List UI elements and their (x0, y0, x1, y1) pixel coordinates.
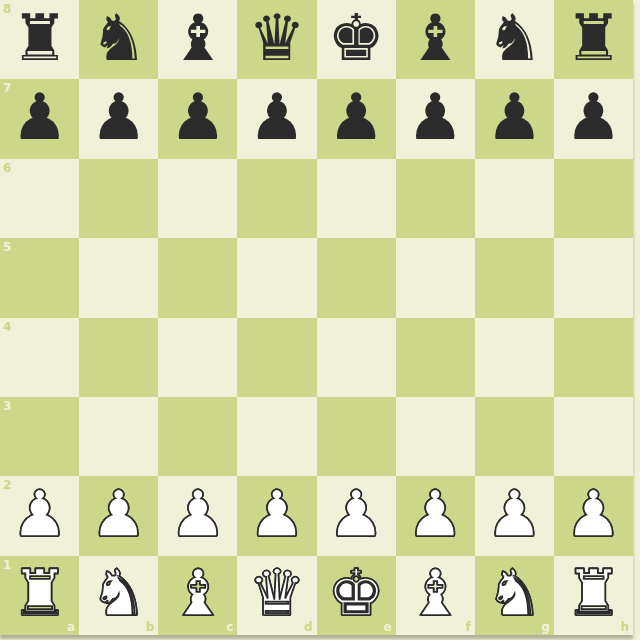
piece-white-knight-b1[interactable]: ♞ (90, 561, 147, 625)
piece-white-pawn-e2[interactable]: ♟ (327, 482, 384, 546)
square-g8[interactable]: ♞ (475, 0, 554, 79)
square-e2[interactable]: ♟ (317, 476, 396, 555)
square-d4[interactable] (237, 318, 316, 397)
piece-white-pawn-g2[interactable]: ♟ (486, 482, 543, 546)
square-f3[interactable] (396, 397, 475, 476)
piece-black-knight-g8[interactable]: ♞ (486, 6, 543, 70)
square-c8[interactable]: ♝ (158, 0, 237, 79)
square-h7[interactable]: ♟ (554, 79, 633, 158)
square-d6[interactable] (237, 159, 316, 238)
square-g6[interactable] (475, 159, 554, 238)
square-a1[interactable]: 1a♜ (0, 556, 79, 635)
square-g1[interactable]: g♞ (475, 556, 554, 635)
square-d2[interactable]: ♟ (237, 476, 316, 555)
square-h2[interactable]: ♟ (554, 476, 633, 555)
square-d8[interactable]: ♛ (237, 0, 316, 79)
piece-white-pawn-f2[interactable]: ♟ (407, 482, 464, 546)
piece-black-pawn-d7[interactable]: ♟ (248, 85, 305, 149)
square-f5[interactable] (396, 238, 475, 317)
square-b6[interactable] (79, 159, 158, 238)
piece-black-rook-a8[interactable]: ♜ (11, 6, 68, 70)
piece-white-bishop-c1[interactable]: ♝ (169, 561, 226, 625)
square-h8[interactable]: ♜ (554, 0, 633, 79)
square-h1[interactable]: h♜ (554, 556, 633, 635)
square-e5[interactable] (317, 238, 396, 317)
rank-label-6: 6 (3, 162, 11, 174)
piece-white-bishop-f1[interactable]: ♝ (407, 561, 464, 625)
piece-black-knight-b8[interactable]: ♞ (90, 6, 147, 70)
piece-white-knight-g1[interactable]: ♞ (486, 561, 543, 625)
square-a8[interactable]: 8♜ (0, 0, 79, 79)
square-g4[interactable] (475, 318, 554, 397)
square-f4[interactable] (396, 318, 475, 397)
piece-black-rook-h8[interactable]: ♜ (565, 6, 622, 70)
piece-black-king-e8[interactable]: ♚ (327, 6, 384, 70)
square-e1[interactable]: e♚ (317, 556, 396, 635)
square-h3[interactable] (554, 397, 633, 476)
rank-label-3: 3 (3, 400, 11, 412)
square-e4[interactable] (317, 318, 396, 397)
square-d3[interactable] (237, 397, 316, 476)
square-c5[interactable] (158, 238, 237, 317)
square-h4[interactable] (554, 318, 633, 397)
piece-black-queen-d8[interactable]: ♛ (248, 6, 305, 70)
piece-black-pawn-b7[interactable]: ♟ (90, 85, 147, 149)
square-c4[interactable] (158, 318, 237, 397)
square-c1[interactable]: c♝ (158, 556, 237, 635)
square-e7[interactable]: ♟ (317, 79, 396, 158)
rank-label-4: 4 (3, 321, 11, 333)
square-h6[interactable] (554, 159, 633, 238)
piece-white-pawn-a2[interactable]: ♟ (11, 482, 68, 546)
square-f2[interactable]: ♟ (396, 476, 475, 555)
square-c7[interactable]: ♟ (158, 79, 237, 158)
square-a5[interactable]: 5 (0, 238, 79, 317)
piece-white-rook-h1[interactable]: ♜ (565, 561, 622, 625)
piece-white-king-e1[interactable]: ♚ (327, 561, 384, 625)
square-b5[interactable] (79, 238, 158, 317)
piece-white-pawn-c2[interactable]: ♟ (169, 482, 226, 546)
square-c2[interactable]: ♟ (158, 476, 237, 555)
piece-black-pawn-e7[interactable]: ♟ (327, 85, 384, 149)
square-e6[interactable] (317, 159, 396, 238)
square-b2[interactable]: ♟ (79, 476, 158, 555)
piece-black-pawn-g7[interactable]: ♟ (486, 85, 543, 149)
board-background: 8♜♞♝♛♚♝♞♜7♟♟♟♟♟♟♟♟65432♟♟♟♟♟♟♟♟1a♜b♞c♝d♛… (0, 0, 640, 640)
square-d5[interactable] (237, 238, 316, 317)
square-a4[interactable]: 4 (0, 318, 79, 397)
chess-board: 8♜♞♝♛♚♝♞♜7♟♟♟♟♟♟♟♟65432♟♟♟♟♟♟♟♟1a♜b♞c♝d♛… (0, 0, 633, 635)
square-d1[interactable]: d♛ (237, 556, 316, 635)
square-h5[interactable] (554, 238, 633, 317)
square-b3[interactable] (79, 397, 158, 476)
piece-black-pawn-h7[interactable]: ♟ (565, 85, 622, 149)
piece-white-pawn-h2[interactable]: ♟ (565, 482, 622, 546)
square-g5[interactable] (475, 238, 554, 317)
rank-label-5: 5 (3, 241, 11, 253)
square-f8[interactable]: ♝ (396, 0, 475, 79)
square-c3[interactable] (158, 397, 237, 476)
piece-white-pawn-b2[interactable]: ♟ (90, 482, 147, 546)
square-f1[interactable]: f♝ (396, 556, 475, 635)
square-a2[interactable]: 2♟ (0, 476, 79, 555)
square-e8[interactable]: ♚ (317, 0, 396, 79)
piece-white-pawn-d2[interactable]: ♟ (248, 482, 305, 546)
piece-black-pawn-a7[interactable]: ♟ (11, 85, 68, 149)
square-g2[interactable]: ♟ (475, 476, 554, 555)
square-a7[interactable]: 7♟ (0, 79, 79, 158)
square-b7[interactable]: ♟ (79, 79, 158, 158)
square-a6[interactable]: 6 (0, 159, 79, 238)
square-a3[interactable]: 3 (0, 397, 79, 476)
square-g7[interactable]: ♟ (475, 79, 554, 158)
piece-black-bishop-f8[interactable]: ♝ (407, 6, 464, 70)
square-d7[interactable]: ♟ (237, 79, 316, 158)
square-b1[interactable]: b♞ (79, 556, 158, 635)
piece-black-pawn-f7[interactable]: ♟ (407, 85, 464, 149)
square-c6[interactable] (158, 159, 237, 238)
piece-black-bishop-c8[interactable]: ♝ (169, 6, 226, 70)
piece-black-pawn-c7[interactable]: ♟ (169, 85, 226, 149)
square-g3[interactable] (475, 397, 554, 476)
piece-white-queen-d1[interactable]: ♛ (248, 561, 305, 625)
file-label-c: c (226, 621, 233, 633)
square-e3[interactable] (317, 397, 396, 476)
square-f6[interactable] (396, 159, 475, 238)
square-b8[interactable]: ♞ (79, 0, 158, 79)
square-f7[interactable]: ♟ (396, 79, 475, 158)
square-b4[interactable] (79, 318, 158, 397)
piece-white-rook-a1[interactable]: ♜ (11, 561, 68, 625)
file-label-f: f (466, 621, 471, 633)
